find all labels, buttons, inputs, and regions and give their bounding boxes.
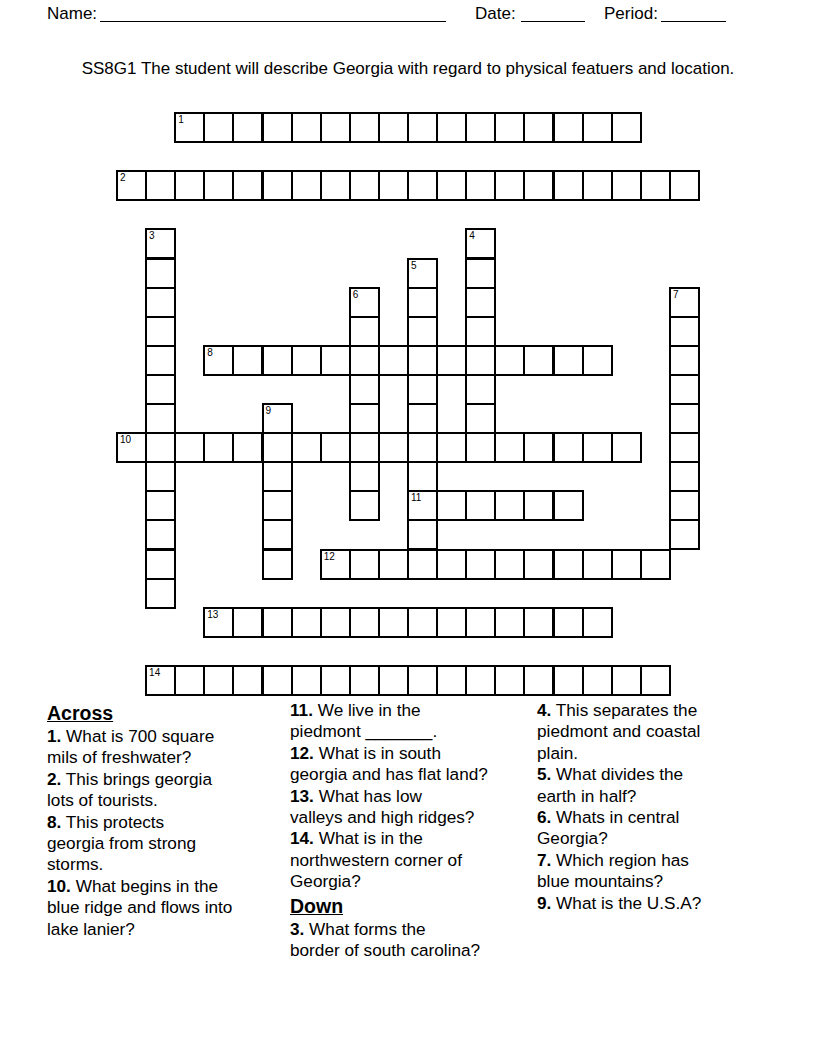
cell-r17c3[interactable]: 13 [203,607,234,638]
cell-r16c1[interactable] [145,578,176,609]
cell-r11c8[interactable] [349,432,380,463]
clue-down-3: 3. What forms the border of south caroli… [290,919,542,962]
cell-number: 6 [353,289,359,300]
clue-number: 14. [290,828,314,848]
cell-r12c19[interactable] [669,461,700,492]
cell-r14c19[interactable] [669,519,700,550]
cell-r8c19[interactable] [669,345,700,376]
cell-r7c8[interactable] [349,316,380,347]
cell-r19c7[interactable] [320,665,351,696]
clue-down-7: 7. Which region has blue mountains? [537,850,777,893]
cell-number: 7 [673,289,679,300]
cell-r17c12[interactable] [465,607,496,638]
cell-r8c5[interactable] [262,345,293,376]
cell-r2c12[interactable] [465,170,496,201]
clue-column-2: 11. We live in the piedmont _______.12. … [290,700,542,961]
cell-r2c17[interactable] [611,170,642,201]
cell-r2c13[interactable] [494,170,525,201]
cell-number: 2 [120,172,126,183]
cell-r8c14[interactable] [523,345,554,376]
cell-r0c5[interactable] [262,112,293,143]
cell-r15c12[interactable] [465,549,496,580]
cell-r12c1[interactable] [145,461,176,492]
clue-across-12: 12. What is in south georgia and has fla… [290,743,542,786]
clue-number: 12. [290,743,314,763]
cell-r0c2[interactable]: 1 [174,112,205,143]
cell-r8c16[interactable] [582,345,613,376]
cell-r11c11[interactable] [436,432,467,463]
cell-r0c6[interactable] [291,112,322,143]
clue-number: 5. [537,764,551,784]
cell-r2c14[interactable] [523,170,554,201]
cell-r8c10[interactable] [407,345,438,376]
cell-r11c9[interactable] [378,432,409,463]
cell-r11c0[interactable]: 10 [116,432,147,463]
period-label: Period: [604,4,658,24]
cell-r17c13[interactable] [494,607,525,638]
cell-r12c5[interactable] [262,461,293,492]
cell-r17c16[interactable] [582,607,613,638]
cell-r17c7[interactable] [320,607,351,638]
cell-r0c13[interactable] [494,112,525,143]
clue-number: 2. [47,769,61,789]
clue-number: 13. [290,786,314,806]
cell-r2c2[interactable] [174,170,205,201]
cell-r8c15[interactable] [553,345,584,376]
cell-r15c11[interactable] [436,549,467,580]
down-header: Down [290,893,542,919]
cell-r19c17[interactable] [611,665,642,696]
cell-r11c6[interactable] [291,432,322,463]
clue-across-14: 14. What is in the northwestern corner o… [290,828,542,892]
cell-r7c10[interactable] [407,316,438,347]
cell-r6c10[interactable] [407,287,438,318]
cell-r11c5[interactable] [262,432,293,463]
cell-r9c1[interactable] [145,374,176,405]
cell-r6c19[interactable]: 7 [669,287,700,318]
clue-across-11: 11. We live in the piedmont _______. [290,700,542,743]
cell-r0c12[interactable] [465,112,496,143]
cell-r15c14[interactable] [523,549,554,580]
cell-r6c12[interactable] [465,287,496,318]
cell-r0c4[interactable] [232,112,263,143]
cell-r7c1[interactable] [145,316,176,347]
cell-r7c12[interactable] [465,316,496,347]
cell-r19c15[interactable] [553,665,584,696]
cell-r13c5[interactable] [262,490,293,521]
cell-r11c7[interactable] [320,432,351,463]
cell-r13c8[interactable] [349,490,380,521]
cell-r2c8[interactable] [349,170,380,201]
cell-r8c3[interactable]: 8 [203,345,234,376]
cell-r8c13[interactable] [494,345,525,376]
cell-r5c10[interactable]: 5 [407,258,438,289]
cell-r12c10[interactable] [407,461,438,492]
cell-r9c8[interactable] [349,374,380,405]
cell-r2c4[interactable] [232,170,263,201]
clue-number: 9. [537,893,551,913]
cell-r15c13[interactable] [494,549,525,580]
cell-r15c10[interactable] [407,549,438,580]
cell-r14c10[interactable] [407,519,438,550]
cell-r10c8[interactable] [349,403,380,434]
cell-r2c3[interactable] [203,170,234,201]
cell-r14c1[interactable] [145,519,176,550]
cell-r11c4[interactable] [232,432,263,463]
clue-across-10: 10. What begins in the blue ridge and fl… [47,876,292,940]
clue-number: 8. [47,812,61,832]
cell-r19c4[interactable] [232,665,263,696]
cell-r11c15[interactable] [553,432,584,463]
cell-r10c12[interactable] [465,403,496,434]
cell-r11c17[interactable] [611,432,642,463]
down-clues-group-1: 3. What forms the border of south caroli… [290,919,542,962]
cell-r19c11[interactable] [436,665,467,696]
cell-r19c14[interactable] [523,665,554,696]
clue-number: 1. [47,726,61,746]
cell-r0c11[interactable] [436,112,467,143]
cell-r11c2[interactable] [174,432,205,463]
cell-r0c8[interactable] [349,112,380,143]
cell-r17c11[interactable] [436,607,467,638]
clue-number: 3. [290,919,304,939]
cell-number: 4 [469,230,475,241]
cell-r2c15[interactable] [553,170,584,201]
cell-r11c10[interactable] [407,432,438,463]
cell-r2c1[interactable] [145,170,176,201]
cell-r8c6[interactable] [291,345,322,376]
cell-r0c9[interactable] [378,112,409,143]
cell-r13c12[interactable] [465,490,496,521]
cell-r17c6[interactable] [291,607,322,638]
clue-number: 7. [537,850,551,870]
cell-r17c10[interactable] [407,607,438,638]
cell-r0c10[interactable] [407,112,438,143]
cell-number: 3 [149,230,155,241]
cell-r19c10[interactable] [407,665,438,696]
cell-number: 13 [207,609,218,620]
cell-r11c16[interactable] [582,432,613,463]
cell-r2c11[interactable] [436,170,467,201]
cell-r0c3[interactable] [203,112,234,143]
cell-r2c16[interactable] [582,170,613,201]
cell-r15c18[interactable] [640,549,671,580]
cell-r19c6[interactable] [291,665,322,696]
cell-r8c1[interactable] [145,345,176,376]
cell-number: 9 [266,405,272,416]
clue-number: 4. [537,700,551,720]
name-label: Name: [47,4,97,24]
cell-r0c7[interactable] [320,112,351,143]
cell-r2c7[interactable] [320,170,351,201]
clue-down-5: 5. What divides the earth in half? [537,764,777,807]
cell-r8c11[interactable] [436,345,467,376]
cell-r6c8[interactable]: 6 [349,287,380,318]
cell-r19c13[interactable] [494,665,525,696]
cell-r19c5[interactable] [262,665,293,696]
cell-r11c1[interactable] [145,432,176,463]
cell-r8c9[interactable] [378,345,409,376]
cell-r19c9[interactable] [378,665,409,696]
across-clues-group-2: 11. We live in the piedmont _______.12. … [290,700,542,893]
cell-r13c11[interactable] [436,490,467,521]
cell-r11c3[interactable] [203,432,234,463]
cell-r0c16[interactable] [582,112,613,143]
clue-column-3: 4. This separates the piedmont and coast… [537,700,777,914]
cell-r5c12[interactable] [465,258,496,289]
cell-r15c8[interactable] [349,549,380,580]
cell-r6c1[interactable] [145,287,176,318]
cell-r15c9[interactable] [378,549,409,580]
clue-number: 11. [290,700,313,720]
cell-r19c12[interactable] [465,665,496,696]
cell-r19c18[interactable] [640,665,671,696]
cell-number: 10 [120,434,131,445]
name-blank-line [100,3,446,22]
period-blank-line [661,3,726,22]
clue-number: 10. [47,876,71,896]
clue-across-13: 13. What has low valleys and high ridges… [290,786,542,829]
cell-r2c18[interactable] [640,170,671,201]
cell-r15c5[interactable] [262,549,293,580]
cell-r7c19[interactable] [669,316,700,347]
cell-r17c15[interactable] [553,607,584,638]
cell-r19c1[interactable]: 14 [145,665,176,696]
cell-r10c10[interactable] [407,403,438,434]
clue-column-1: Across 1. What is 700 square mils of fre… [47,700,292,940]
cell-r17c9[interactable] [378,607,409,638]
across-clues-group-1: 1. What is 700 square mils of freshwater… [47,726,292,940]
cell-r9c19[interactable] [669,374,700,405]
cell-r11c13[interactable] [494,432,525,463]
cell-r13c14[interactable] [523,490,554,521]
cell-number: 1 [178,114,184,125]
cell-number: 8 [207,347,213,358]
cell-r13c10[interactable]: 11 [407,490,438,521]
cell-r17c14[interactable] [523,607,554,638]
clue-number: 6. [537,807,551,827]
cell-number: 11 [411,492,421,503]
cell-r15c17[interactable] [611,549,642,580]
cell-r12c8[interactable] [349,461,380,492]
down-clues-group-2: 4. This separates the piedmont and coast… [537,700,777,914]
cell-number: 14 [149,667,160,678]
cell-r14c5[interactable] [262,519,293,550]
cell-r9c12[interactable] [465,374,496,405]
across-header: Across [47,700,292,726]
cell-r13c15[interactable] [553,490,584,521]
cell-r8c12[interactable] [465,345,496,376]
date-blank-line [521,3,585,22]
cell-r2c9[interactable] [378,170,409,201]
cell-r2c6[interactable] [291,170,322,201]
cell-r17c8[interactable] [349,607,380,638]
cell-r0c14[interactable] [523,112,554,143]
clue-down-4: 4. This separates the piedmont and coast… [537,700,777,764]
cell-r10c19[interactable] [669,403,700,434]
cell-r11c19[interactable] [669,432,700,463]
cell-r2c10[interactable] [407,170,438,201]
cell-r17c4[interactable] [232,607,263,638]
clue-across-2: 2. This brings georgia lots of tourists. [47,769,292,812]
clue-down-9: 9. What is the U.S.A? [537,893,777,914]
cell-r19c8[interactable] [349,665,380,696]
cell-r15c1[interactable] [145,549,176,580]
cell-r2c19[interactable] [669,170,700,201]
cell-r8c8[interactable] [349,345,380,376]
cell-r19c16[interactable] [582,665,613,696]
worksheet-page: Name: Date: Period: SS8G1 The student wi… [0,0,816,1056]
cell-r2c0[interactable]: 2 [116,170,147,201]
cell-r8c4[interactable] [232,345,263,376]
cell-r17c5[interactable] [262,607,293,638]
clue-down-6: 6. Whats in central Georgia? [537,807,777,850]
cell-r0c17[interactable] [611,112,642,143]
date-label: Date: [475,4,516,24]
crossword-grid: 1234567891011121314 [116,112,700,696]
cell-r13c13[interactable] [494,490,525,521]
cell-r9c10[interactable] [407,374,438,405]
cell-r15c16[interactable] [582,549,613,580]
cell-r10c5[interactable]: 9 [262,403,293,434]
cell-r19c3[interactable] [203,665,234,696]
cell-r11c14[interactable] [523,432,554,463]
clue-across-1: 1. What is 700 square mils of freshwater… [47,726,292,769]
cell-r4c1[interactable]: 3 [145,228,176,259]
cell-r13c1[interactable] [145,490,176,521]
cell-r13c19[interactable] [669,490,700,521]
cell-r11c12[interactable] [465,432,496,463]
cell-r2c5[interactable] [262,170,293,201]
cell-r19c2[interactable] [174,665,205,696]
worksheet-title: SS8G1 The student will describe Georgia … [0,59,816,79]
cell-r5c1[interactable] [145,258,176,289]
cell-r10c1[interactable] [145,403,176,434]
cell-r15c15[interactable] [553,549,584,580]
cell-r4c12[interactable]: 4 [465,228,496,259]
cell-number: 12 [324,551,335,562]
cell-r0c15[interactable] [553,112,584,143]
cell-r15c7[interactable]: 12 [320,549,351,580]
cell-number: 5 [411,260,417,271]
cell-r8c7[interactable] [320,345,351,376]
clue-across-8: 8. This protects georgia from strong sto… [47,812,292,876]
